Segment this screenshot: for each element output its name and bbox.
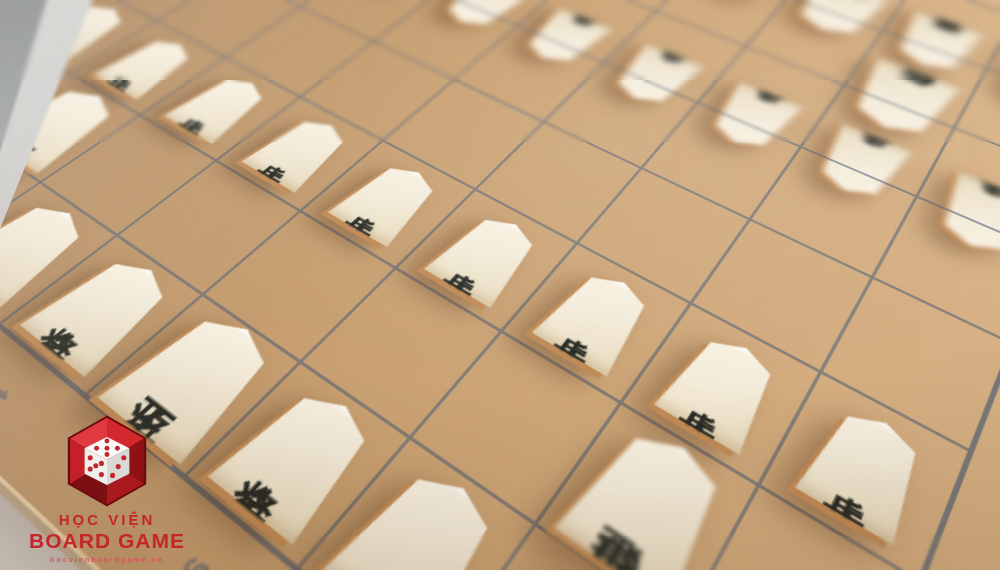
piece-kanji-label: 歩兵 <box>209 101 229 112</box>
logo-academy-text: HỌC VIỆN <box>16 511 198 528</box>
logo: HỌC VIỆN BOARD GAME hocvienboardgame.vn <box>16 413 198 564</box>
piece-kanji-label: 歩兵 <box>288 145 311 158</box>
piece-kanji-label: 歩兵 <box>138 61 157 71</box>
piece-kanji-label: 歩兵 <box>375 194 400 208</box>
piece-kanji-label: 歩兵 <box>703 379 739 399</box>
piece-kanji-label: 銀将 <box>398 533 437 562</box>
piece-kanji-label: 王将 <box>177 367 210 392</box>
piece-kanji-label: 飛車 <box>626 492 671 521</box>
dice-icon <box>59 413 155 509</box>
piece-pawn-sente[interactable]: 歩兵 <box>529 263 663 379</box>
piece-kanji-label: 歩兵 <box>472 249 500 265</box>
piece-kanji-label: 歩兵 <box>581 310 613 328</box>
piece-kanji-label: 歩兵 <box>73 24 90 34</box>
shogi-photo-stage: 香車桂馬銀将金将玉将金将銀将桂馬香車飛車角行歩兵歩兵歩兵歩兵歩兵歩兵歩兵歩兵歩兵… <box>0 0 1000 570</box>
logo-website-text: hocvienboardgame.vn <box>16 555 198 564</box>
logo-brand-text: BOARD GAME <box>16 529 198 553</box>
piece-kanji-label: 銀将 <box>8 240 31 258</box>
piece-kanji-label: 金将 <box>88 300 114 320</box>
piece-kanji-label: 歩兵 <box>844 458 885 481</box>
piece-kanji-label: 角行 <box>44 118 66 132</box>
piece-kanji-label: 金将 <box>281 445 315 471</box>
